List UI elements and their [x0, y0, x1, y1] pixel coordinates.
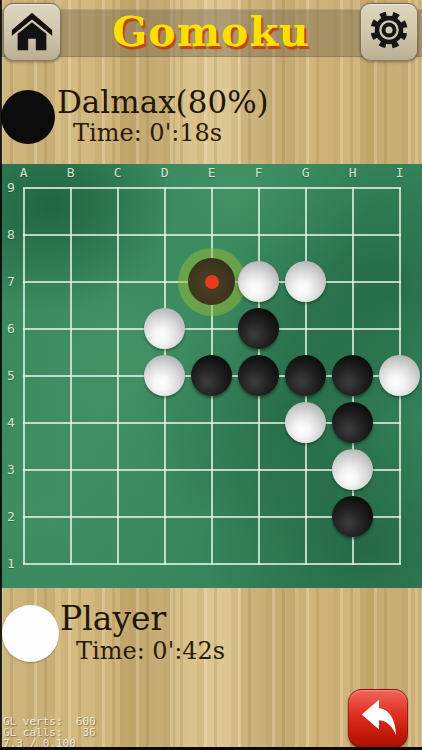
- gl-debug-readout: GL verts: 600 GL calls: 36 7.3 / 0.100: [3, 716, 96, 749]
- white-player-time: Time: 0':42s: [76, 639, 225, 663]
- row-label: 5: [7, 369, 23, 382]
- screen-left-edge: [0, 0, 2, 750]
- column-label: E: [202, 166, 222, 179]
- row-label: 3: [7, 463, 23, 476]
- app-title: Gomoku: [0, 8, 422, 56]
- column-label: I: [390, 166, 410, 179]
- row-label: 2: [7, 510, 23, 523]
- column-label: A: [14, 166, 34, 179]
- white-player-stone: [2, 605, 59, 662]
- black-player-stone: [1, 90, 55, 144]
- last-move-dot: [205, 275, 219, 289]
- column-label: B: [61, 166, 81, 179]
- black-player-time: Time: 0':18s: [73, 121, 222, 145]
- app-screen: Gomoku Dalmax(80%) Time: 0':18s ABCDEFGH…: [0, 0, 422, 750]
- row-label: 6: [7, 322, 23, 335]
- undo-button[interactable]: [348, 689, 408, 748]
- row-label: 1: [7, 557, 23, 570]
- gear-icon: [365, 6, 413, 58]
- row-label: 7: [7, 275, 23, 288]
- column-label: D: [155, 166, 175, 179]
- row-label: 9: [7, 181, 23, 194]
- row-label: 8: [7, 228, 23, 241]
- black-player-name: Dalmax(80%): [57, 87, 269, 118]
- home-button[interactable]: [3, 3, 61, 61]
- home-icon: [9, 7, 55, 57]
- row-label: 4: [7, 416, 23, 429]
- column-label: H: [343, 166, 363, 179]
- column-label: G: [296, 166, 316, 179]
- undo-arrow-icon: [355, 695, 401, 743]
- column-label: F: [249, 166, 269, 179]
- white-player-name: Player: [60, 602, 166, 635]
- settings-button[interactable]: [360, 3, 418, 61]
- column-label: C: [108, 166, 128, 179]
